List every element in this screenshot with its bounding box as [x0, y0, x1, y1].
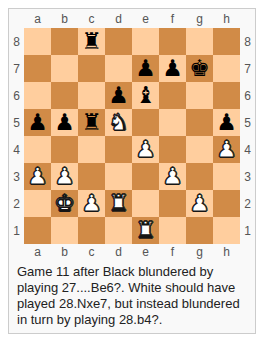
- caption: Game 11 after Black blundered by playing…: [9, 260, 255, 334]
- rank-label-8-right: 8: [240, 28, 255, 55]
- piece-white-pawn-g2: ♟: [189, 190, 210, 217]
- square-d1: [105, 217, 132, 244]
- square-d4: [105, 136, 132, 163]
- square-f4: [159, 136, 186, 163]
- square-h1: [213, 217, 240, 244]
- square-h8: [213, 28, 240, 55]
- piece-black-pawn-e7: ♟: [135, 55, 156, 82]
- square-c5: ♜: [78, 109, 105, 136]
- square-b4: [51, 136, 78, 163]
- square-e8: [132, 28, 159, 55]
- diagram-frame: abcdefgh8♜87♟♟♚76♟♝65♟♟♜♞♟54♟♟43♟♟♟32♚♟♜…: [8, 8, 256, 334]
- rank-label-1-right: 1: [240, 217, 255, 244]
- square-d6: ♟: [105, 82, 132, 109]
- rank-label-7-right: 7: [240, 55, 255, 82]
- square-b3: ♟: [51, 163, 78, 190]
- piece-white-pawn-e4: ♟: [135, 136, 156, 163]
- square-f2: [159, 190, 186, 217]
- square-a6: [24, 82, 51, 109]
- square-e3: [132, 163, 159, 190]
- rank-label-4-right: 4: [240, 136, 255, 163]
- square-e6: ♝: [132, 82, 159, 109]
- piece-white-knight-d5: ♞: [108, 109, 129, 136]
- square-c3: [78, 163, 105, 190]
- square-b7: [51, 55, 78, 82]
- square-e5: [132, 109, 159, 136]
- file-label-e-top: e: [132, 10, 159, 28]
- file-label-a-top: a: [24, 10, 51, 28]
- file-label-c-top: c: [78, 10, 105, 28]
- square-g1: [186, 217, 213, 244]
- square-f1: [159, 217, 186, 244]
- corner: [9, 10, 24, 28]
- rank-label-8-left: 8: [9, 28, 24, 55]
- piece-black-pawn-b5: ♟: [54, 109, 75, 136]
- square-g7: ♚: [186, 55, 213, 82]
- file-label-f-top: f: [159, 10, 186, 28]
- square-d8: [105, 28, 132, 55]
- square-c6: [78, 82, 105, 109]
- file-label-d-bottom: d: [105, 244, 132, 260]
- piece-white-pawn-f3: ♟: [162, 163, 183, 190]
- square-g4: [186, 136, 213, 163]
- square-g8: [186, 28, 213, 55]
- square-b5: ♟: [51, 109, 78, 136]
- square-d7: [105, 55, 132, 82]
- square-h5: ♟: [213, 109, 240, 136]
- square-e1: ♜: [132, 217, 159, 244]
- piece-white-rook-e1: ♜: [135, 217, 156, 244]
- square-h7: [213, 55, 240, 82]
- rank-label-2-left: 2: [9, 190, 24, 217]
- square-f5: [159, 109, 186, 136]
- piece-black-pawn-f7: ♟: [162, 55, 183, 82]
- corner: [240, 244, 255, 260]
- chess-board[interactable]: abcdefgh8♜87♟♟♚76♟♝65♟♟♜♞♟54♟♟43♟♟♟32♚♟♜…: [9, 10, 255, 260]
- square-d5: ♞: [105, 109, 132, 136]
- square-f7: ♟: [159, 55, 186, 82]
- file-label-h-bottom: h: [213, 244, 240, 260]
- rank-label-6-left: 6: [9, 82, 24, 109]
- square-a8: [24, 28, 51, 55]
- file-label-f-bottom: f: [159, 244, 186, 260]
- square-g3: [186, 163, 213, 190]
- square-a1: [24, 217, 51, 244]
- piece-white-pawn-a3: ♟: [27, 163, 48, 190]
- corner: [240, 10, 255, 28]
- square-e4: ♟: [132, 136, 159, 163]
- square-c4: [78, 136, 105, 163]
- piece-black-bishop-e6: ♝: [135, 82, 156, 109]
- file-label-d-top: d: [105, 10, 132, 28]
- rank-label-6-right: 6: [240, 82, 255, 109]
- square-b8: [51, 28, 78, 55]
- square-c1: [78, 217, 105, 244]
- rank-label-3-right: 3: [240, 163, 255, 190]
- piece-black-rook-c8: ♜: [81, 28, 102, 55]
- square-a7: [24, 55, 51, 82]
- rank-label-2-right: 2: [240, 190, 255, 217]
- rank-label-5-right: 5: [240, 109, 255, 136]
- rank-label-5-left: 5: [9, 109, 24, 136]
- square-f3: ♟: [159, 163, 186, 190]
- piece-black-king-g7: ♚: [189, 55, 210, 82]
- square-h2: [213, 190, 240, 217]
- file-label-h-top: h: [213, 10, 240, 28]
- square-b2: ♚: [51, 190, 78, 217]
- rank-label-4-left: 4: [9, 136, 24, 163]
- piece-white-pawn-h4: ♟: [216, 136, 237, 163]
- file-label-g-bottom: g: [186, 244, 213, 260]
- file-label-g-top: g: [186, 10, 213, 28]
- rank-label-1-left: 1: [9, 217, 24, 244]
- square-h6: [213, 82, 240, 109]
- piece-white-pawn-c2: ♟: [81, 190, 102, 217]
- piece-white-pawn-b3: ♟: [54, 163, 75, 190]
- file-label-e-bottom: e: [132, 244, 159, 260]
- square-h3: [213, 163, 240, 190]
- rank-label-3-left: 3: [9, 163, 24, 190]
- square-e7: ♟: [132, 55, 159, 82]
- square-c7: [78, 55, 105, 82]
- file-label-c-bottom: c: [78, 244, 105, 260]
- corner: [9, 244, 24, 260]
- piece-black-pawn-a5: ♟: [27, 109, 48, 136]
- square-b6: [51, 82, 78, 109]
- piece-white-king-b2: ♚: [54, 190, 75, 217]
- square-e2: [132, 190, 159, 217]
- square-d3: [105, 163, 132, 190]
- square-a2: [24, 190, 51, 217]
- square-b1: [51, 217, 78, 244]
- piece-black-pawn-h5: ♟: [216, 109, 237, 136]
- square-g2: ♟: [186, 190, 213, 217]
- square-a4: [24, 136, 51, 163]
- piece-black-rook-c5: ♜: [81, 109, 102, 136]
- file-label-b-top: b: [51, 10, 78, 28]
- square-c8: ♜: [78, 28, 105, 55]
- square-a5: ♟: [24, 109, 51, 136]
- piece-black-pawn-d6: ♟: [108, 82, 129, 109]
- square-c2: ♟: [78, 190, 105, 217]
- file-label-a-bottom: a: [24, 244, 51, 260]
- square-h4: ♟: [213, 136, 240, 163]
- square-f6: [159, 82, 186, 109]
- square-g6: [186, 82, 213, 109]
- square-a3: ♟: [24, 163, 51, 190]
- square-g5: [186, 109, 213, 136]
- rank-label-7-left: 7: [9, 55, 24, 82]
- square-d2: ♜: [105, 190, 132, 217]
- square-f8: [159, 28, 186, 55]
- piece-white-rook-d2: ♜: [108, 190, 129, 217]
- file-label-b-bottom: b: [51, 244, 78, 260]
